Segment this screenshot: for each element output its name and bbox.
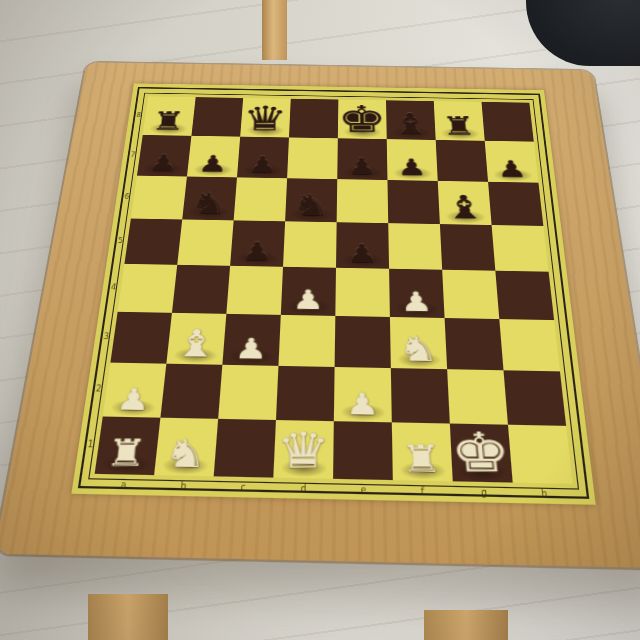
piece-shadow [101,455,150,474]
square-b3: ♝ [166,313,226,365]
square-a4 [118,264,178,313]
rank-label-6: 6 [124,193,130,200]
rank-label-2: 2 [95,385,102,393]
square-f5 [388,223,442,270]
square-g4 [442,270,499,319]
square-g7 [436,140,488,182]
file-label-a: a [120,481,127,490]
piece-shadow [109,399,157,417]
square-b7: ♟ [187,136,240,178]
square-h1 [508,425,573,484]
table-leg-left [88,594,168,640]
piece-shadow [396,351,441,368]
square-f6 [387,180,439,224]
square-d2 [276,366,335,421]
square-c7: ♟ [237,137,289,179]
scene-3d: ♜♛♚♝♜♟♟♟♟♟♟♞♞♝♟♟♟♟♝♟♞♟♟♜♞♛♜♚ abcdefgh123… [0,0,640,640]
square-b2 [160,364,222,419]
square-e1 [333,421,393,480]
square-b6: ♞ [182,177,237,221]
square-h4 [495,271,554,320]
board-grid: ♜♛♚♝♜♟♟♟♟♟♟♞♞♝♟♟♟♟♝♟♞♟♟♜♞♛♜♚ [95,96,573,483]
square-c4 [226,266,283,315]
piece-shadow [242,164,282,177]
square-g2 [447,369,508,425]
square-e3 [335,316,391,368]
square-h3 [499,319,560,371]
square-h8 [482,102,534,142]
square-g8: ♜ [434,101,485,141]
square-a3 [110,312,172,364]
square-a5 [124,219,182,265]
piece-shadow [236,251,279,266]
square-a8: ♜ [143,96,196,135]
file-label-b: b [180,482,187,491]
square-f2 [391,368,450,423]
piece-shadow [458,463,506,482]
piece-shadow [445,210,487,224]
square-g1: ♚ [450,424,513,483]
file-label-e: e [361,486,367,495]
square-h5 [492,225,549,272]
file-label-c: c [240,484,246,493]
square-h6 [488,182,543,226]
square-g6: ♝ [438,181,492,225]
square-c3: ♟ [222,314,280,366]
square-d3 [278,315,335,367]
square-a2: ♟ [103,363,167,418]
square-g3 [445,318,504,370]
square-e5: ♟ [336,222,389,269]
square-g5 [440,224,495,271]
piece-shadow [245,124,284,137]
square-c8: ♛ [240,98,291,138]
square-e2: ♟ [334,367,392,422]
piece-shadow [228,348,273,365]
piece-shadow [343,126,382,139]
square-a1: ♜ [95,417,161,476]
file-label-g: g [481,489,487,498]
piece-shadow [290,207,331,221]
piece-shadow [342,253,384,268]
square-d7 [287,137,338,179]
rank-label-3: 3 [103,333,109,341]
square-f1: ♜ [392,422,453,481]
square-b4 [172,265,230,314]
piece-shadow [492,168,533,181]
piece-shadow [286,299,329,315]
table-assembly: ♜♛♚♝♜♟♟♟♟♟♟♞♞♝♟♟♟♟♝♟♞♟♟♜♞♛♜♚ abcdefgh123… [71,84,595,505]
rank-label-8: 8 [136,112,141,118]
piece-shadow [399,461,447,480]
piece-shadow [142,162,183,175]
piece-shadow [160,456,209,475]
square-e6 [337,179,389,223]
square-d4: ♟ [281,267,336,316]
square-a7: ♟ [137,135,191,177]
square-e7: ♟ [337,138,387,180]
square-c5: ♟ [230,220,285,266]
square-h7: ♟ [485,141,539,183]
piece-shadow [188,206,230,220]
rank-label-7: 7 [130,152,136,158]
rank-label-4: 4 [110,284,116,291]
square-e4 [335,268,390,317]
square-f8: ♝ [386,100,436,140]
square-d8 [289,99,338,139]
photo-scene: ♜♛♚♝♜♟♟♟♟♟♟♞♞♝♟♟♟♟♝♟♞♟♟♜♞♛♜♚ abcdefgh123… [0,0,640,640]
square-d5 [283,221,337,267]
square-h2 [503,370,566,426]
square-d6: ♞ [285,178,337,222]
rank-label-5: 5 [117,237,123,244]
square-f7: ♟ [387,139,438,181]
piece-shadow [172,347,218,364]
square-d1: ♛ [273,420,334,479]
file-label-f: f [421,487,425,496]
piece-shadow [342,166,382,179]
table-leg-right [424,610,508,640]
piece-shadow [148,122,188,135]
piece-shadow [392,167,432,180]
piece-shadow [340,404,386,422]
square-b8 [191,97,243,136]
piece-shadow [392,127,431,140]
square-c6 [234,177,287,221]
file-label-d: d [300,485,306,494]
chessboard: ♜♛♚♝♜♟♟♟♟♟♟♞♞♝♟♟♟♟♝♟♞♟♟♜♞♛♜♚ abcdefgh123… [71,83,595,504]
square-b5 [177,219,233,265]
square-c2 [218,365,278,420]
piece-shadow [440,127,479,140]
piece-shadow [192,163,233,176]
square-c1 [214,419,276,478]
square-b1: ♞ [154,418,218,477]
square-f4: ♟ [389,269,445,318]
piece-shadow [395,301,439,317]
square-a6 [131,176,187,220]
piece-shadow [280,459,328,478]
square-e8: ♚ [338,100,387,140]
square-f3: ♞ [390,317,447,369]
file-label-h: h [541,490,548,499]
